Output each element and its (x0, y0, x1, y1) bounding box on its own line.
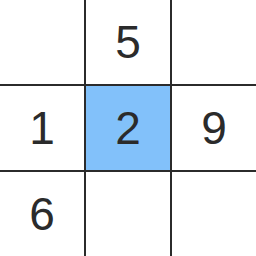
cell-r0c1[interactable]: 5 (86, 0, 170, 84)
cell-r2c2[interactable] (172, 172, 256, 256)
cell-r1c0[interactable]: 1 (0, 86, 84, 170)
cell-r1c2[interactable]: 9 (172, 86, 256, 170)
cell-r0c2[interactable] (172, 0, 256, 84)
cell-r0c0[interactable] (0, 0, 84, 84)
sudoku-board: 5 1 2 9 6 (0, 0, 256, 256)
cell-r1c1[interactable]: 2 (86, 86, 170, 170)
cell-r2c1[interactable] (86, 172, 170, 256)
cell-r2c0[interactable]: 6 (0, 172, 84, 256)
